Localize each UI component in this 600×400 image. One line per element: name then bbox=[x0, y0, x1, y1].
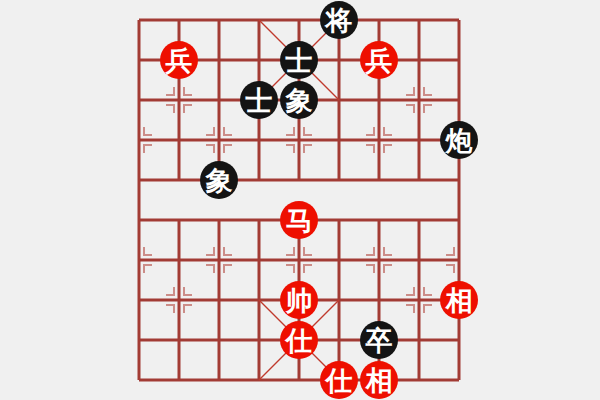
piece-red-horse[interactable]: 马 bbox=[280, 201, 318, 239]
piece-red-advisor-1[interactable]: 仕 bbox=[280, 321, 318, 359]
piece-black-general[interactable]: 将 bbox=[320, 1, 358, 39]
piece-black-elephant-1[interactable]: 象 bbox=[280, 81, 318, 119]
piece-black-elephant-2[interactable]: 象 bbox=[200, 161, 238, 199]
piece-red-elephant-1[interactable]: 相 bbox=[440, 281, 478, 319]
piece-red-general[interactable]: 帅 bbox=[280, 281, 318, 319]
pieces-layer: 将士士象炮象卒兵兵马帅相仕仕相 bbox=[119, 0, 479, 400]
piece-black-cannon[interactable]: 炮 bbox=[440, 121, 478, 159]
piece-red-soldier-1[interactable]: 兵 bbox=[160, 41, 198, 79]
piece-black-advisor-2[interactable]: 士 bbox=[240, 81, 278, 119]
piece-red-soldier-2[interactable]: 兵 bbox=[360, 41, 398, 79]
piece-red-elephant-2[interactable]: 相 bbox=[360, 361, 398, 399]
piece-black-soldier[interactable]: 卒 bbox=[360, 321, 398, 359]
piece-black-advisor-1[interactable]: 士 bbox=[280, 41, 318, 79]
piece-red-advisor-2[interactable]: 仕 bbox=[320, 361, 358, 399]
xiangqi-diagram: 将士士象炮象卒兵兵马帅相仕仕相 bbox=[0, 0, 600, 400]
